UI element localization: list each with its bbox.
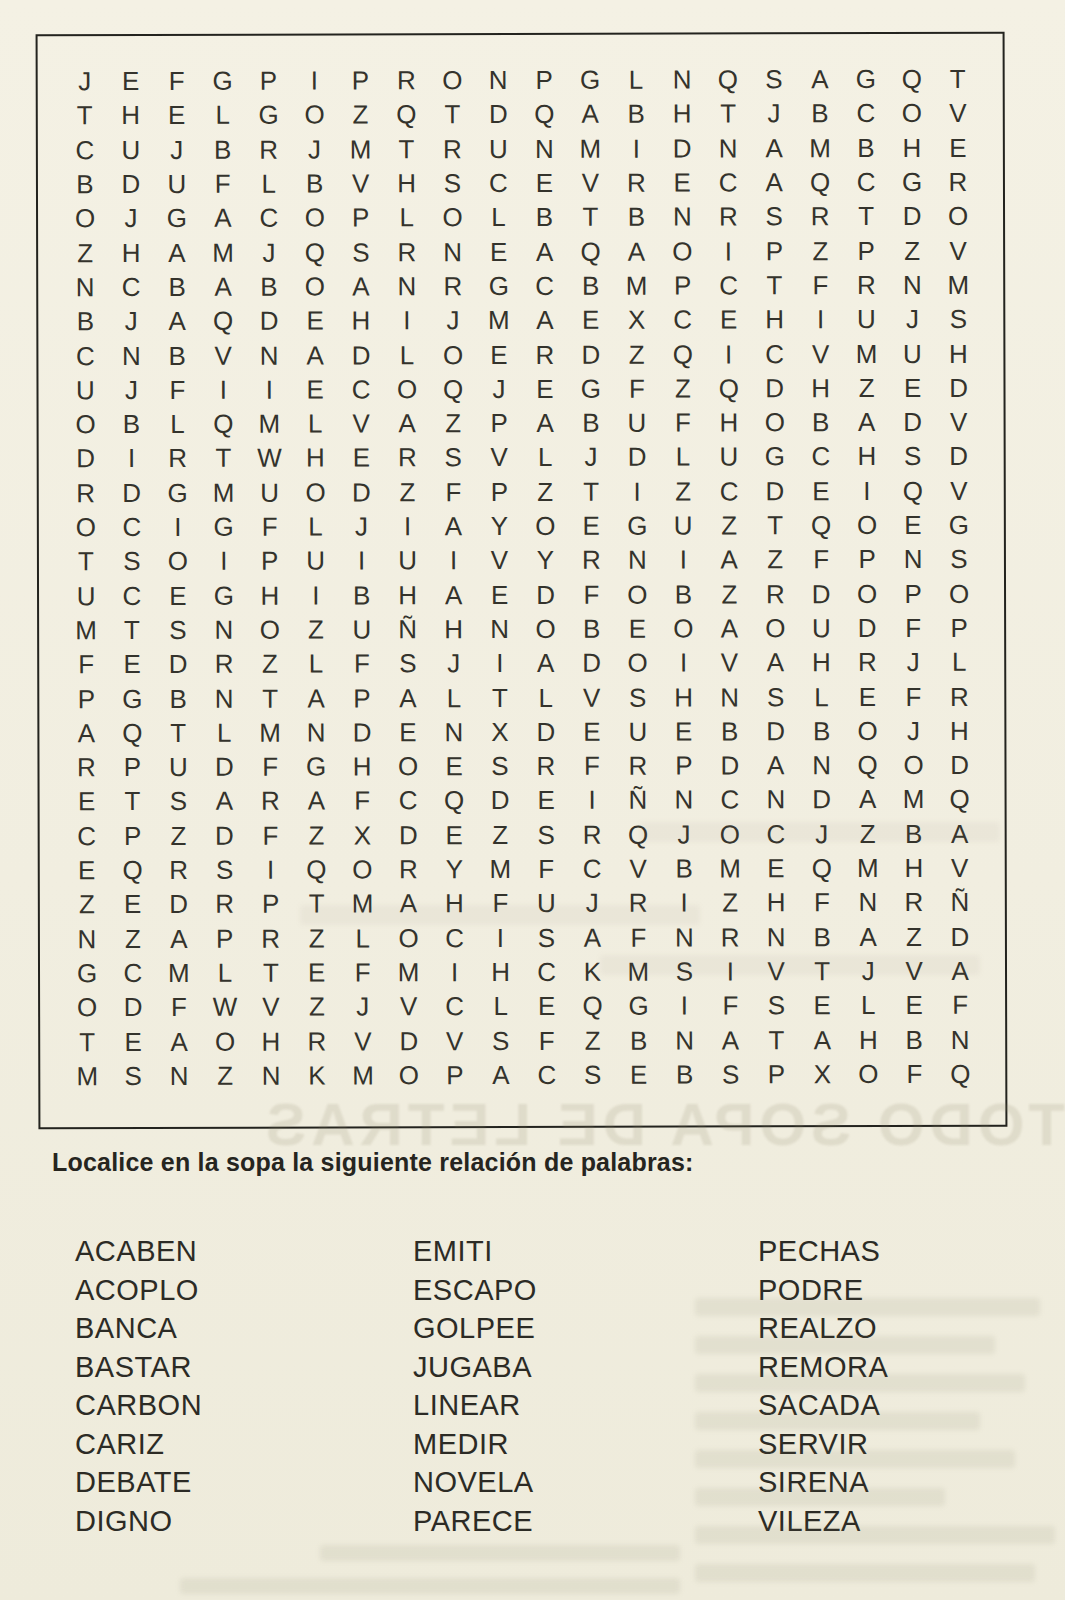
grid-cell: O: [292, 269, 338, 303]
grid-cell: V: [338, 166, 384, 200]
grid-cell: A: [751, 165, 797, 199]
grid-cell: M: [339, 887, 385, 921]
grid-cell: Z: [706, 508, 752, 542]
grid-cell: Q: [889, 62, 935, 96]
grid-cell: H: [248, 1024, 294, 1058]
grid-cell: P: [247, 544, 293, 578]
grid-cell: E: [798, 474, 844, 508]
grid-cell: V: [476, 440, 522, 474]
grid-cell: B: [616, 1023, 662, 1057]
grid-cell: F: [890, 679, 936, 713]
grid-cell: N: [293, 715, 339, 749]
grid-cell: P: [660, 268, 706, 302]
grid-cell: V: [935, 233, 981, 267]
grid-cell: I: [613, 131, 659, 165]
grid-cell: Q: [568, 234, 614, 268]
grid-cell: E: [659, 165, 705, 199]
grid-cell: N: [662, 1023, 708, 1057]
grid-cell: P: [890, 576, 936, 610]
grid-cell: H: [661, 680, 707, 714]
grid-cell: D: [201, 818, 247, 852]
grid-cell: Q: [845, 748, 891, 782]
grid-cell: L: [476, 200, 522, 234]
grid-cell: O: [155, 544, 201, 578]
grid-cell: J: [154, 132, 200, 166]
grid-cell: F: [200, 167, 246, 201]
grid-cell: C: [62, 133, 108, 167]
grid-cell: J: [661, 817, 707, 851]
grid-cell: L: [431, 681, 477, 715]
grid-cell: N: [521, 131, 567, 165]
grid-cell: B: [797, 96, 843, 130]
grid-cell: P: [339, 681, 385, 715]
grid-cell: G: [109, 681, 155, 715]
word-item: SERVIR: [758, 1425, 888, 1464]
word-item: ACOPLO: [75, 1271, 202, 1310]
grid-cell: A: [293, 681, 339, 715]
grid-cell: A: [522, 303, 568, 337]
grid-cell: J: [751, 97, 797, 131]
grid-cell: T: [705, 97, 751, 131]
grid-cell: N: [156, 1059, 202, 1093]
grid-cell: T: [155, 716, 201, 750]
grid-cell: P: [63, 681, 109, 715]
grid-cell: H: [935, 336, 981, 370]
grid-cell: D: [568, 337, 614, 371]
grid-cell: U: [614, 406, 660, 440]
grid-cell: V: [338, 406, 384, 440]
grid-cell: P: [936, 611, 982, 645]
grid-cell: S: [751, 199, 797, 233]
grid-cell: O: [430, 200, 476, 234]
grid-cell: A: [154, 235, 200, 269]
grid-cell: R: [63, 750, 109, 784]
grid-cell: A: [799, 1023, 845, 1057]
grid-cell: E: [844, 679, 890, 713]
grid-cell: Ñ: [385, 612, 431, 646]
grid-cell: C: [798, 439, 844, 473]
grid-cell: G: [246, 98, 292, 132]
grid-cell: C: [62, 338, 108, 372]
grid-cell: Q: [797, 165, 843, 199]
grid-cell: I: [109, 441, 155, 475]
grid-cell: O: [844, 714, 890, 748]
grid-cell: S: [523, 817, 569, 851]
grid-cell: S: [202, 853, 248, 887]
grid-cell: H: [338, 303, 384, 337]
grid-cell: F: [63, 647, 109, 681]
grid-cell: R: [294, 1024, 340, 1058]
grid-cell: T: [568, 474, 614, 508]
word-item: VILEZA: [758, 1502, 888, 1541]
grid-cell: R: [613, 166, 659, 200]
grid-cell: D: [844, 611, 890, 645]
grid-cell: G: [568, 371, 614, 405]
grid-cell: B: [568, 269, 614, 303]
grid-cell: V: [936, 473, 982, 507]
grid-cell: E: [568, 303, 614, 337]
grid-cell: I: [661, 886, 707, 920]
grid-cell: N: [431, 715, 477, 749]
grid-cell: C: [705, 268, 751, 302]
grid-cell: Z: [845, 817, 891, 851]
grid-cell: O: [707, 817, 753, 851]
grid-cell: B: [843, 131, 889, 165]
grid-cell: O: [844, 577, 890, 611]
word-item: ESCAPO: [413, 1271, 537, 1310]
grid-cell: Z: [293, 612, 339, 646]
grid-cell: I: [661, 646, 707, 680]
grid-cell: A: [937, 816, 983, 850]
grid-cell: L: [200, 98, 246, 132]
grid-cell: H: [108, 235, 154, 269]
grid-cell: C: [109, 578, 155, 612]
grid-cell: R: [935, 165, 981, 199]
grid-cell: I: [201, 544, 247, 578]
grid-cell: O: [64, 990, 110, 1024]
grid-cell: U: [843, 302, 889, 336]
grid-cell: E: [431, 749, 477, 783]
grid-cell: P: [248, 887, 294, 921]
grid-cell: E: [431, 818, 477, 852]
grid-cell: B: [662, 1057, 708, 1091]
grid-cell: A: [797, 62, 843, 96]
grid-cell: P: [753, 1057, 799, 1091]
grid-cell: O: [614, 577, 660, 611]
grid-cell: U: [293, 544, 339, 578]
grid-cell: B: [154, 270, 200, 304]
grid-cell: C: [753, 817, 799, 851]
word-item: PECHAS: [758, 1232, 888, 1271]
grid-cell: P: [844, 542, 890, 576]
grid-cell: A: [385, 886, 431, 920]
grid-cell: V: [432, 1024, 478, 1058]
grid-cell: D: [935, 370, 981, 404]
grid-cell: C: [752, 337, 798, 371]
grid-cell: H: [891, 851, 937, 885]
grid-cell: E: [154, 98, 200, 132]
grid-cell: U: [247, 475, 293, 509]
grid-cell: R: [843, 268, 889, 302]
grid-cell: H: [844, 439, 890, 473]
grid-cell: P: [751, 234, 797, 268]
grid-cell: C: [707, 783, 753, 817]
grid-cell: Z: [889, 233, 935, 267]
word-list-column-2: EMITIESCAPOGOLPEEJUGABALINEARMEDIRNOVELA…: [413, 1232, 537, 1540]
grid-cell: I: [291, 63, 337, 97]
grid-cell: S: [477, 749, 523, 783]
grid-cell: B: [62, 167, 108, 201]
grid-cell: T: [109, 784, 155, 818]
grid-cell: R: [844, 645, 890, 679]
grid-cell: I: [248, 852, 294, 886]
grid-cell: D: [936, 748, 982, 782]
grid-cell: E: [64, 784, 110, 818]
grid-cell: J: [430, 303, 476, 337]
grid-cell: F: [524, 1023, 570, 1057]
grid-cell: B: [246, 269, 292, 303]
grid-cell: B: [613, 200, 659, 234]
grid-cell: T: [383, 132, 429, 166]
grid-cell: T: [751, 268, 797, 302]
grid-cell: A: [431, 578, 477, 612]
grid-cell: C: [246, 201, 292, 235]
grid-cell: B: [339, 578, 385, 612]
grid-cell: D: [522, 577, 568, 611]
grid-cell: N: [845, 885, 891, 919]
grid-cell: E: [155, 578, 201, 612]
grid-cell: Q: [430, 372, 476, 406]
grid-cell: Z: [337, 98, 383, 132]
grid-cell: R: [523, 749, 569, 783]
grid-cell: S: [935, 302, 981, 336]
grid-cell: L: [292, 406, 338, 440]
grid-cell: P: [337, 63, 383, 97]
grid-cell: H: [798, 645, 844, 679]
grid-cell: X: [477, 715, 523, 749]
grid-cell: R: [156, 853, 202, 887]
grid-cell: Ñ: [937, 885, 983, 919]
grid-cell: T: [567, 200, 613, 234]
grid-cell: E: [890, 508, 936, 542]
grid-cell: E: [523, 783, 569, 817]
grid-cell: S: [110, 1059, 156, 1093]
grid-cell: V: [567, 166, 613, 200]
grid-cell: Q: [615, 817, 661, 851]
grid-cell: O: [202, 1024, 248, 1058]
grid-cell: G: [843, 62, 889, 96]
grid-cell: O: [63, 407, 109, 441]
grid-cell: A: [753, 748, 799, 782]
grid-cell: Z: [430, 406, 476, 440]
grid-cell: Q: [570, 989, 616, 1023]
grid-cell: O: [660, 611, 706, 645]
grid-cell: L: [293, 647, 339, 681]
grid-cell: S: [751, 62, 797, 96]
grid-cell: D: [614, 440, 660, 474]
grid-cell: A: [613, 234, 659, 268]
grid-cell: F: [568, 577, 614, 611]
grid-cell: J: [431, 646, 477, 680]
grid-cell: B: [707, 714, 753, 748]
grid-cell: J: [246, 235, 292, 269]
grid-cell: V: [706, 645, 752, 679]
grid-cell: G: [64, 956, 110, 990]
grid-cell: N: [753, 920, 799, 954]
grid-cell: G: [155, 475, 201, 509]
grid-cell: Z: [660, 371, 706, 405]
grid-cell: F: [247, 509, 293, 543]
grid-cell: N: [246, 338, 292, 372]
grid-cell: E: [476, 337, 522, 371]
grid-cell: D: [108, 167, 154, 201]
grid-cell: M: [200, 235, 246, 269]
grid-cell: D: [569, 646, 615, 680]
grid-cell: L: [340, 921, 386, 955]
grid-cell: Z: [64, 887, 110, 921]
grid-cell: P: [476, 406, 522, 440]
grid-cell: I: [293, 578, 339, 612]
grid-cell: O: [659, 234, 705, 268]
grid-cell: I: [614, 474, 660, 508]
grid-cell: I: [707, 954, 753, 988]
grid-cell: Z: [797, 234, 843, 268]
grid-cell: B: [522, 200, 568, 234]
grid-cell: B: [568, 406, 614, 440]
grid-cell: N: [889, 268, 935, 302]
grid-cell: O: [523, 612, 569, 646]
grid-cell: U: [660, 508, 706, 542]
grid-cell: S: [109, 544, 155, 578]
grid-cell: I: [339, 544, 385, 578]
grid-cell: I: [432, 955, 478, 989]
grid-cell: T: [248, 955, 294, 989]
grid-cell: P: [476, 475, 522, 509]
grid-cell: U: [475, 132, 521, 166]
grid-cell: M: [338, 132, 384, 166]
grid-cell: D: [475, 97, 521, 131]
grid-cell: S: [523, 920, 569, 954]
grid-cell: Z: [293, 818, 339, 852]
grid-cell: D: [155, 647, 201, 681]
grid-cell: D: [338, 475, 384, 509]
grid-cell: X: [799, 1057, 845, 1091]
grid-cell: H: [339, 749, 385, 783]
grid-cell: A: [63, 716, 109, 750]
grid-cell: B: [891, 817, 937, 851]
grid-cell: E: [616, 1057, 662, 1091]
grid-cell: R: [569, 817, 615, 851]
grid-cell: A: [156, 1024, 202, 1058]
word-item: CARBON: [75, 1386, 202, 1425]
grid-cell: G: [752, 440, 798, 474]
grid-cell: P: [843, 234, 889, 268]
word-item: MEDIR: [413, 1425, 537, 1464]
grid-cell: E: [935, 130, 981, 164]
grid-cell: N: [475, 63, 521, 97]
grid-cell: H: [753, 885, 799, 919]
grid-cell: N: [661, 920, 707, 954]
grid-cell: T: [752, 508, 798, 542]
grid-cell: G: [476, 269, 522, 303]
grid-cell: R: [522, 337, 568, 371]
grid-cell: C: [843, 96, 889, 130]
grid-cell: T: [477, 680, 523, 714]
grid-cell: Q: [293, 852, 339, 886]
grid-cell: E: [476, 234, 522, 268]
grid-cell: L: [613, 63, 659, 97]
grid-cell: U: [523, 886, 569, 920]
grid-cell: T: [799, 954, 845, 988]
grid-cell: Z: [522, 474, 568, 508]
grid-cell: V: [569, 680, 615, 714]
grid-cell: I: [155, 510, 201, 544]
grid-cell: Q: [200, 407, 246, 441]
grid-cell: N: [614, 543, 660, 577]
grid-cell: F: [339, 784, 385, 818]
grid-cell: V: [615, 852, 661, 886]
grid-cell: B: [108, 407, 154, 441]
grid-cell: N: [661, 783, 707, 817]
grid-cell: F: [569, 749, 615, 783]
grid-cell: F: [523, 852, 569, 886]
grid-cell: A: [200, 201, 246, 235]
grid-cell: O: [63, 510, 109, 544]
grid-cell: D: [338, 338, 384, 372]
grid-cell: N: [753, 783, 799, 817]
word-item: REMORA: [758, 1348, 888, 1387]
grid-cell: A: [752, 645, 798, 679]
grid-cell: E: [292, 372, 338, 406]
grid-cell: D: [659, 131, 705, 165]
grid-cell: R: [385, 852, 431, 886]
grid-cell: N: [108, 338, 154, 372]
instruction-text: Localice en la sopa la siguiente relació…: [52, 1148, 694, 1177]
grid-cell: Ñ: [615, 783, 661, 817]
grid-cell: J: [890, 714, 936, 748]
grid-cell: N: [659, 200, 705, 234]
grid-cell: T: [753, 1023, 799, 1057]
grid-cell: D: [937, 919, 983, 953]
grid-cell: A: [292, 338, 338, 372]
grid-cell: R: [891, 885, 937, 919]
grid-cell: V: [476, 543, 522, 577]
grid-cell: N: [62, 270, 108, 304]
grid-cell: M: [340, 1058, 386, 1092]
grid-cell: M: [935, 268, 981, 302]
grid-cell: E: [753, 851, 799, 885]
grid-cell: E: [524, 989, 570, 1023]
grid-cell: F: [799, 885, 845, 919]
grid-cell: D: [936, 439, 982, 473]
grid-cell: A: [384, 406, 430, 440]
grid-cell: N: [201, 681, 247, 715]
grid-cell: I: [384, 509, 430, 543]
word-item: ACABEN: [75, 1232, 202, 1271]
grid-cell: L: [384, 200, 430, 234]
grid-cell: Q: [200, 304, 246, 338]
grid-cell: J: [108, 304, 154, 338]
grid-cell: A: [567, 97, 613, 131]
grid-cell: B: [569, 612, 615, 646]
ghost-bleedthrough-smudge: [695, 1564, 1035, 1582]
grid-cell: R: [936, 679, 982, 713]
grid-cell: Q: [937, 1056, 983, 1090]
grid-cell: N: [384, 269, 430, 303]
word-item: BASTAR: [75, 1348, 202, 1387]
grid-cell: A: [156, 921, 202, 955]
grid-cell: A: [200, 270, 246, 304]
grid-cell: G: [201, 578, 247, 612]
grid-cell: D: [385, 818, 431, 852]
word-list-column-3: PECHASPODREREALZOREMORASACADASERVIRSIREN…: [758, 1232, 888, 1540]
grid-cell: C: [660, 303, 706, 337]
grid-cell: R: [246, 132, 292, 166]
grid-cell: H: [292, 441, 338, 475]
grid-cell: P: [109, 750, 155, 784]
word-item: BANCA: [75, 1309, 202, 1348]
grid-cell: Z: [110, 921, 156, 955]
grid-cell: D: [890, 405, 936, 439]
grid-cell: T: [109, 613, 155, 647]
grid-cell: C: [64, 819, 110, 853]
grid-cell: O: [385, 749, 431, 783]
grid-cell: M: [844, 336, 890, 370]
grid-cell: E: [294, 955, 340, 989]
grid-cell: H: [431, 612, 477, 646]
grid-cell: Q: [109, 716, 155, 750]
grid-cell: R: [797, 199, 843, 233]
